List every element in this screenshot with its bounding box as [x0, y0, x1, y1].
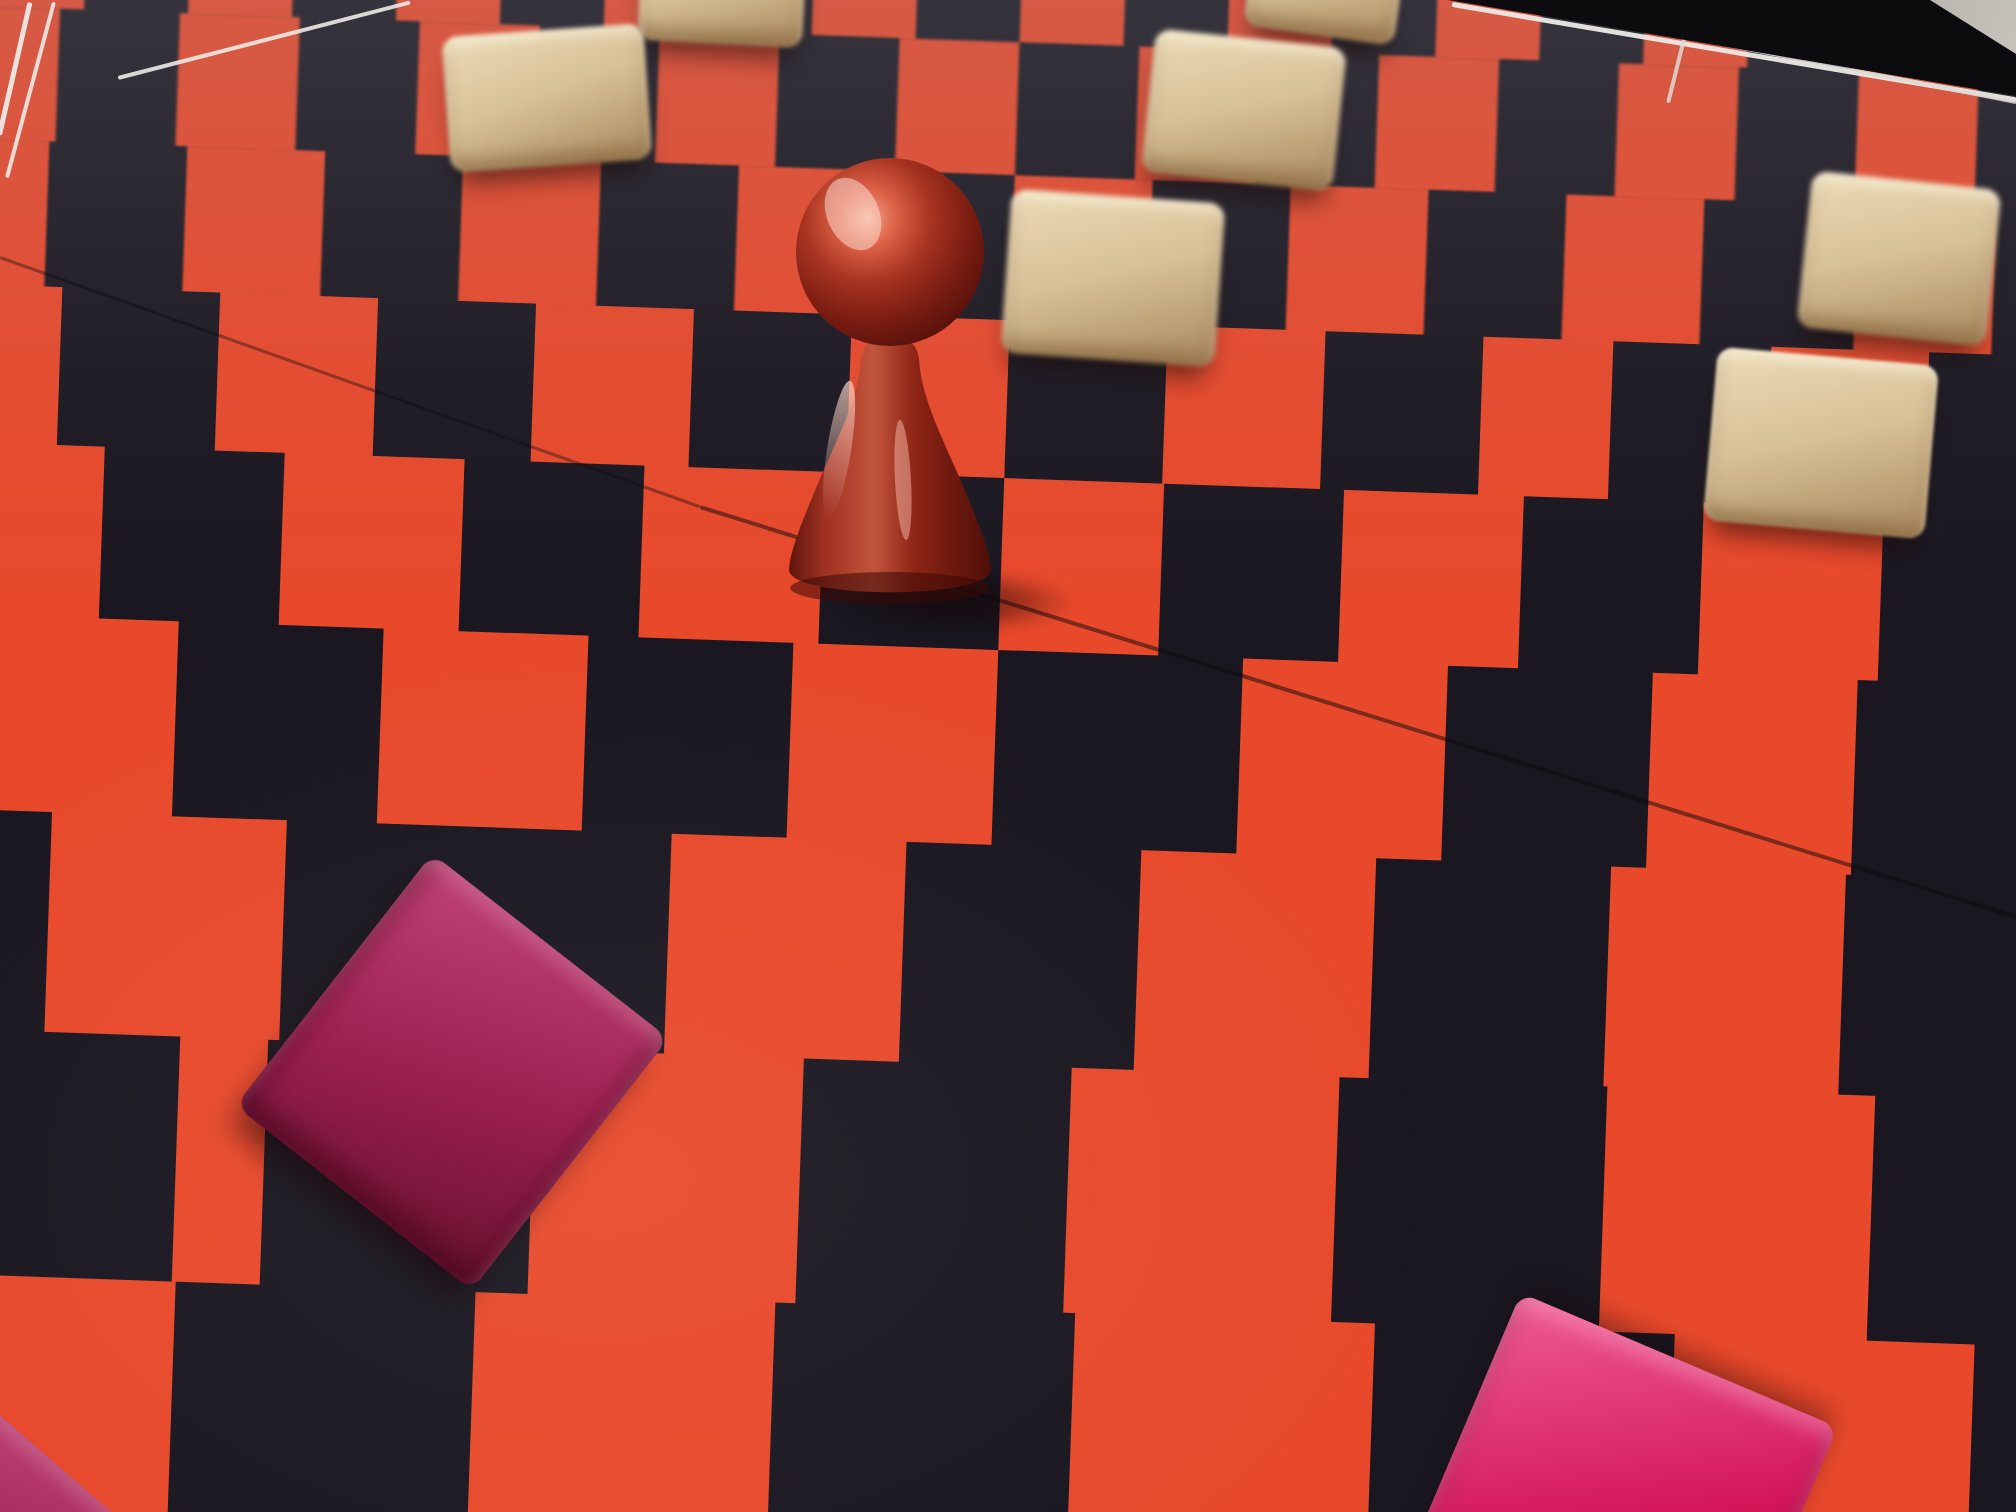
wood-6[interactable] — [1796, 170, 2001, 346]
red-pawn[interactable] — [775, 150, 1005, 612]
wood-4[interactable] — [1141, 28, 1347, 191]
board-surface[interactable] — [0, 0, 2016, 1512]
wood-5[interactable] — [1001, 189, 1226, 368]
red-pawn-artwork — [775, 150, 1005, 612]
wood-7[interactable] — [1703, 347, 1939, 540]
wood-3[interactable] — [442, 23, 653, 173]
